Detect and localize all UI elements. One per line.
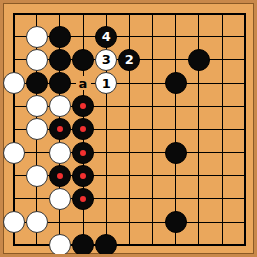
red-circle-mark — [57, 173, 63, 179]
white-stone: 3 — [95, 49, 117, 71]
black-stone — [49, 165, 71, 187]
move-number: 2 — [125, 53, 134, 66]
black-stone — [72, 95, 94, 117]
grid-line-horizontal — [13, 152, 247, 153]
white-stone — [26, 118, 48, 140]
red-circle-mark — [80, 196, 86, 202]
black-stone — [72, 142, 94, 164]
white-stone — [49, 95, 71, 117]
red-circle-mark — [80, 173, 86, 179]
red-circle-mark — [80, 150, 86, 156]
grid-line-vertical — [198, 13, 199, 247]
white-stone: 1 — [95, 72, 117, 94]
black-stone — [72, 49, 94, 71]
black-stone — [49, 49, 71, 71]
white-stone — [26, 165, 48, 187]
black-stone — [72, 118, 94, 140]
black-stone — [49, 118, 71, 140]
point-label-a: a — [76, 76, 91, 90]
grid-line-vertical — [152, 13, 153, 247]
white-stone — [26, 26, 48, 48]
white-stone — [26, 95, 48, 117]
black-stone: 2 — [118, 49, 140, 71]
move-number: 3 — [102, 53, 111, 66]
grid-line-horizontal — [13, 198, 247, 199]
black-stone — [49, 26, 71, 48]
black-stone: 4 — [95, 26, 117, 48]
move-number: 4 — [102, 30, 111, 43]
red-circle-mark — [57, 126, 63, 132]
white-stone — [49, 188, 71, 210]
black-stone — [49, 72, 71, 94]
grid-line-vertical — [222, 13, 223, 247]
white-stone — [3, 142, 25, 164]
black-stone — [188, 49, 210, 71]
black-stone — [95, 234, 117, 256]
red-circle-mark — [80, 126, 86, 132]
grid-line-vertical — [129, 13, 130, 247]
red-circle-mark — [80, 103, 86, 109]
black-stone — [26, 72, 48, 94]
black-stone — [72, 234, 94, 256]
black-stone — [165, 211, 187, 233]
go-board: 4321a — [0, 0, 257, 257]
black-stone — [165, 72, 187, 94]
grid-line-horizontal — [13, 244, 247, 246]
white-stone — [26, 211, 48, 233]
move-number: 1 — [102, 77, 111, 90]
grid-line-vertical — [244, 13, 246, 247]
white-stone — [49, 234, 71, 256]
white-stone — [49, 142, 71, 164]
white-stone — [3, 72, 25, 94]
black-stone — [72, 165, 94, 187]
black-stone — [165, 142, 187, 164]
white-stone — [3, 211, 25, 233]
black-stone — [72, 188, 94, 210]
white-stone — [26, 49, 48, 71]
